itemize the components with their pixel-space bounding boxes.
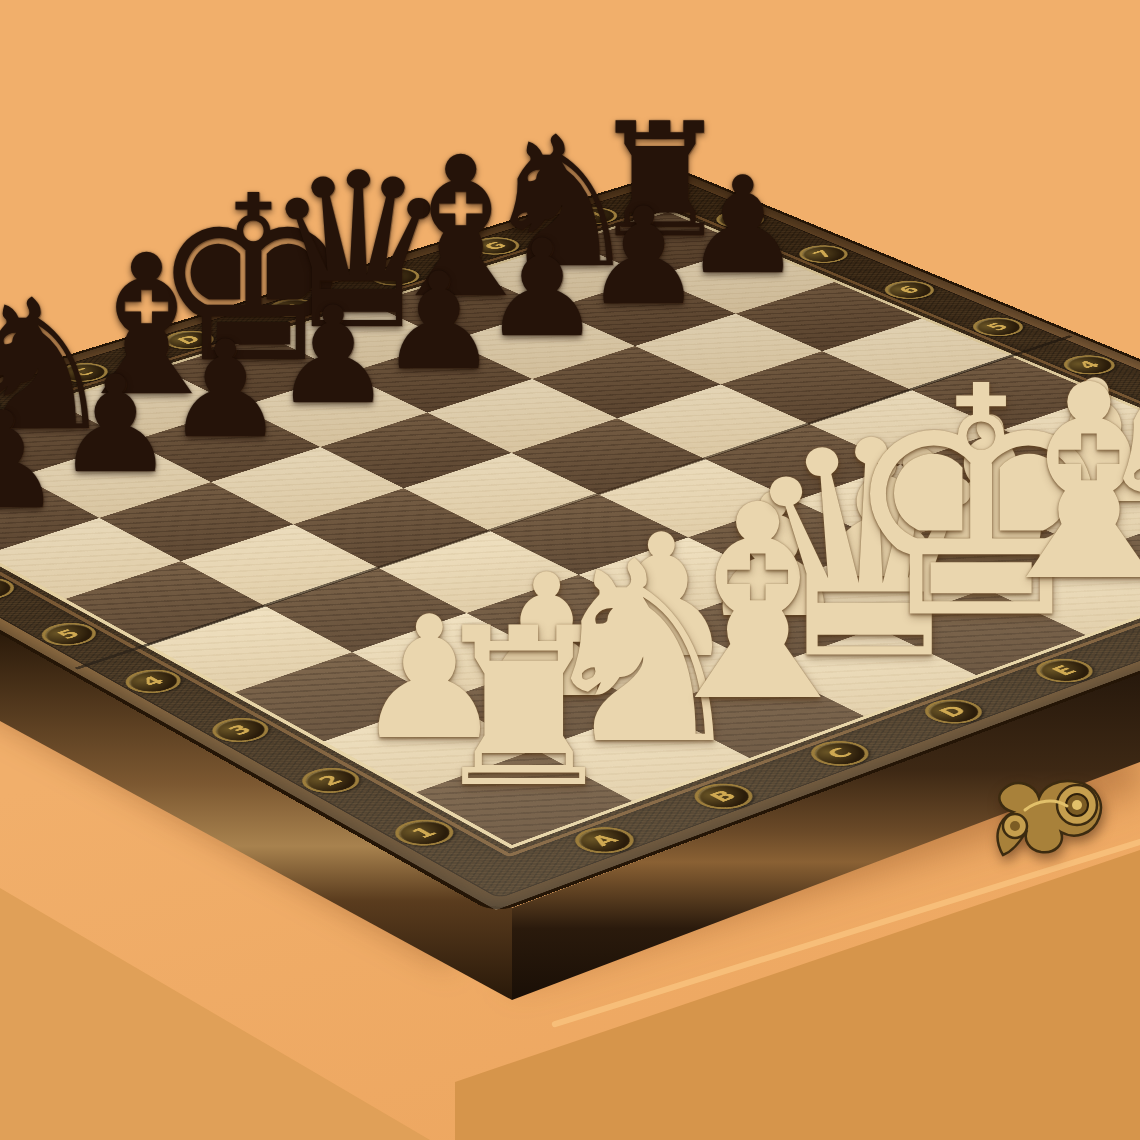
brass-latch bbox=[985, 760, 1110, 870]
latch-scroll-pin bbox=[1010, 821, 1020, 831]
latch-ring-pin bbox=[1072, 800, 1082, 810]
scene: 1122334455667788AABBCCDDEEFFGGHH ♜♞♝♚♛♝♞… bbox=[0, 0, 1140, 1140]
